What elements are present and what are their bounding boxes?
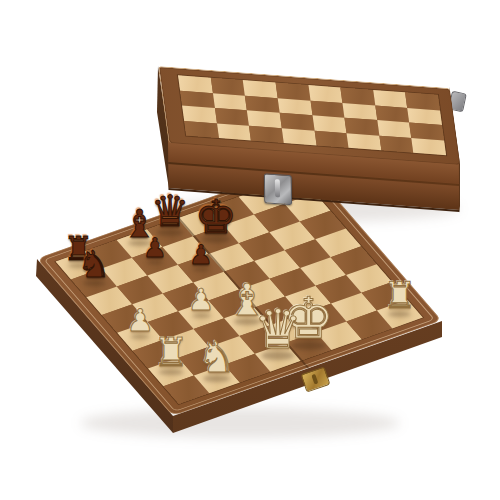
king-glyph: ♚ bbox=[195, 193, 237, 240]
piece-white-knight[interactable]: ♞ bbox=[198, 336, 237, 379]
pawn-glyph: ♟ bbox=[126, 305, 154, 336]
piece-white-queen[interactable]: ♛ bbox=[254, 303, 302, 357]
piece-shadow bbox=[388, 311, 411, 317]
piece-shadow bbox=[158, 369, 183, 375]
board-ground-shadow bbox=[80, 408, 400, 438]
box-lid-seam bbox=[168, 162, 459, 186]
piece-white-pawn[interactable]: ♟ bbox=[188, 285, 215, 315]
rook-glyph: ♜ bbox=[153, 332, 189, 372]
box-checkerboard bbox=[178, 75, 446, 155]
pawn-glyph: ♟ bbox=[188, 285, 215, 315]
piece-shadow bbox=[261, 351, 294, 360]
box-cell bbox=[217, 123, 252, 141]
rook-glyph: ♜ bbox=[383, 277, 416, 314]
piece-white-pawn[interactable]: ♟ bbox=[126, 305, 154, 336]
piece-shadow bbox=[192, 313, 211, 318]
piece-shadow bbox=[203, 375, 230, 382]
box-cell bbox=[184, 121, 219, 139]
piece-shadow bbox=[146, 260, 163, 264]
piece-dark-pawn[interactable]: ♟ bbox=[143, 234, 167, 261]
piece-dark-knight[interactable]: ♞ bbox=[77, 246, 110, 283]
piece-white-rook[interactable]: ♜ bbox=[383, 277, 416, 314]
box-left-face bbox=[0, 0, 170, 200]
piece-dark-king[interactable]: ♚ bbox=[195, 193, 237, 240]
pawn-glyph: ♟ bbox=[143, 234, 167, 261]
piece-shadow bbox=[82, 280, 105, 286]
product-photo-chess-set: ♜♞♝♛♟♟♚♜♞♟♟♝♛♚♜ bbox=[0, 0, 500, 500]
queen-glyph: ♛ bbox=[254, 303, 302, 357]
box-cell bbox=[379, 135, 414, 153]
box-cell bbox=[347, 133, 382, 151]
piece-white-rook[interactable]: ♜ bbox=[153, 332, 189, 372]
knight-glyph: ♞ bbox=[198, 336, 237, 379]
pawn-glyph: ♟ bbox=[189, 241, 213, 268]
box-cell bbox=[314, 130, 349, 148]
box-cell bbox=[412, 138, 447, 156]
knight-glyph: ♞ bbox=[77, 246, 110, 283]
piece-shadow bbox=[192, 267, 209, 271]
box-cell bbox=[249, 125, 284, 143]
piece-shadow bbox=[131, 334, 150, 339]
silver-latch-icon[interactable] bbox=[264, 173, 292, 205]
piece-dark-pawn[interactable]: ♟ bbox=[189, 241, 213, 268]
box-cell bbox=[282, 128, 317, 146]
